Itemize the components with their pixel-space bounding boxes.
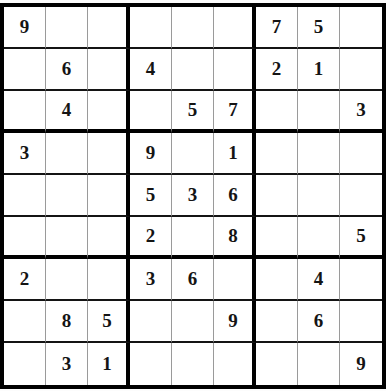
sudoku-cell-r3c3[interactable] (88, 91, 130, 133)
sudoku-cell-r1c3[interactable] (88, 7, 130, 49)
sudoku-cell-r7c5: 6 (172, 259, 214, 301)
sudoku-cell-r8c3: 5 (88, 301, 130, 343)
sudoku-cell-r2c4: 4 (130, 49, 172, 91)
sudoku-cell-r8c6: 9 (214, 301, 256, 343)
sudoku-board: 9756421457339153628523648596319 (0, 3, 386, 389)
sudoku-cell-r5c1[interactable] (4, 175, 46, 217)
page-background: 9756421457339153628523648596319 (0, 0, 386, 391)
sudoku-cell-r3c1[interactable] (4, 91, 46, 133)
sudoku-cell-r5c5: 3 (172, 175, 214, 217)
sudoku-cell-r4c2[interactable] (46, 133, 88, 175)
sudoku-cell-r4c3[interactable] (88, 133, 130, 175)
sudoku-cell-r6c7[interactable] (256, 217, 298, 259)
sudoku-cell-r4c9[interactable] (340, 133, 382, 175)
sudoku-cell-r1c4[interactable] (130, 7, 172, 49)
sudoku-cell-r7c7[interactable] (256, 259, 298, 301)
sudoku-cell-r5c6: 6 (214, 175, 256, 217)
sudoku-cell-r1c7: 7 (256, 7, 298, 49)
sudoku-cell-r7c9[interactable] (340, 259, 382, 301)
sudoku-cell-r3c5: 5 (172, 91, 214, 133)
sudoku-cell-r5c9[interactable] (340, 175, 382, 217)
sudoku-cell-r4c8[interactable] (298, 133, 340, 175)
sudoku-cell-r2c1[interactable] (4, 49, 46, 91)
sudoku-cell-r5c3[interactable] (88, 175, 130, 217)
sudoku-cell-r8c2: 8 (46, 301, 88, 343)
sudoku-cell-r6c2[interactable] (46, 217, 88, 259)
sudoku-cell-r6c8[interactable] (298, 217, 340, 259)
sudoku-cell-r8c4[interactable] (130, 301, 172, 343)
sudoku-cell-r7c1: 2 (4, 259, 46, 301)
sudoku-cell-r4c6: 1 (214, 133, 256, 175)
sudoku-cell-r4c4: 9 (130, 133, 172, 175)
sudoku-cell-r7c3[interactable] (88, 259, 130, 301)
sudoku-cell-r3c8[interactable] (298, 91, 340, 133)
sudoku-cell-r9c9: 9 (340, 343, 382, 385)
sudoku-cell-r8c7[interactable] (256, 301, 298, 343)
sudoku-cell-r4c5[interactable] (172, 133, 214, 175)
sudoku-cell-r1c2[interactable] (46, 7, 88, 49)
sudoku-cell-r8c8: 6 (298, 301, 340, 343)
sudoku-cell-r2c6[interactable] (214, 49, 256, 91)
sudoku-cell-r1c9[interactable] (340, 7, 382, 49)
sudoku-cell-r5c4: 5 (130, 175, 172, 217)
sudoku-cell-r1c8: 5 (298, 7, 340, 49)
sudoku-cell-r9c2: 3 (46, 343, 88, 385)
sudoku-cell-r7c2[interactable] (46, 259, 88, 301)
sudoku-cell-r8c5[interactable] (172, 301, 214, 343)
sudoku-cell-r7c4: 3 (130, 259, 172, 301)
sudoku-cell-r2c2: 6 (46, 49, 88, 91)
sudoku-cell-r3c4[interactable] (130, 91, 172, 133)
sudoku-cell-r6c4: 2 (130, 217, 172, 259)
sudoku-cell-r2c9[interactable] (340, 49, 382, 91)
sudoku-cell-r6c5[interactable] (172, 217, 214, 259)
sudoku-cell-r7c8: 4 (298, 259, 340, 301)
sudoku-cell-r5c2[interactable] (46, 175, 88, 217)
sudoku-cell-r2c7: 2 (256, 49, 298, 91)
sudoku-cell-r8c1[interactable] (4, 301, 46, 343)
sudoku-cell-r5c8[interactable] (298, 175, 340, 217)
sudoku-cell-r4c1: 3 (4, 133, 46, 175)
sudoku-cell-r9c3: 1 (88, 343, 130, 385)
sudoku-cell-r6c6: 8 (214, 217, 256, 259)
sudoku-cell-r9c4[interactable] (130, 343, 172, 385)
sudoku-cell-r3c2: 4 (46, 91, 88, 133)
sudoku-cell-r9c5[interactable] (172, 343, 214, 385)
sudoku-cell-r3c6: 7 (214, 91, 256, 133)
sudoku-cell-r3c9: 3 (340, 91, 382, 133)
sudoku-cell-r6c3[interactable] (88, 217, 130, 259)
sudoku-cell-r4c7[interactable] (256, 133, 298, 175)
sudoku-cell-r2c8: 1 (298, 49, 340, 91)
sudoku-cell-r1c1: 9 (4, 7, 46, 49)
sudoku-cell-r2c5[interactable] (172, 49, 214, 91)
sudoku-cell-r9c1[interactable] (4, 343, 46, 385)
sudoku-cell-r9c8[interactable] (298, 343, 340, 385)
sudoku-cell-r5c7[interactable] (256, 175, 298, 217)
sudoku-cell-r9c6[interactable] (214, 343, 256, 385)
sudoku-cell-r3c7[interactable] (256, 91, 298, 133)
sudoku-cell-r6c1[interactable] (4, 217, 46, 259)
sudoku-cell-r7c6[interactable] (214, 259, 256, 301)
sudoku-cell-r1c6[interactable] (214, 7, 256, 49)
sudoku-cell-r8c9[interactable] (340, 301, 382, 343)
sudoku-cell-r1c5[interactable] (172, 7, 214, 49)
sudoku-cell-r2c3[interactable] (88, 49, 130, 91)
sudoku-cell-r6c9: 5 (340, 217, 382, 259)
sudoku-cell-r9c7[interactable] (256, 343, 298, 385)
